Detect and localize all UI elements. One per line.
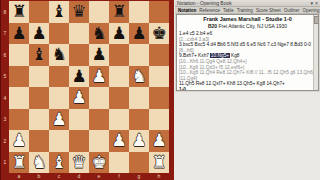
piece-black-R-f8[interactable]: ♜ [109, 1, 129, 23]
square-g7[interactable]: ♟ [129, 23, 149, 45]
square-d6[interactable] [69, 44, 89, 66]
tab-outliner[interactable]: Outliner [284, 8, 300, 13]
square-b5[interactable] [29, 66, 49, 88]
square-c7[interactable] [49, 23, 69, 45]
notation-titlebar[interactable]: Notation - Opening Book ▾ × [175, 0, 320, 7]
square-c5[interactable] [49, 66, 69, 88]
piece-white-P-c3[interactable]: ♟ [49, 109, 69, 131]
square-d2[interactable] [69, 130, 89, 152]
file-label-e: e [89, 173, 109, 179]
square-h5[interactable] [149, 66, 169, 88]
file-label-a: a [9, 173, 29, 179]
piece-white-P-h2[interactable]: ♟ [149, 130, 169, 152]
square-a1[interactable]: ♜ [9, 152, 29, 174]
square-a5[interactable] [9, 66, 29, 88]
scrollbar-thumb[interactable] [314, 16, 319, 24]
square-a7[interactable]: ♟ [9, 23, 29, 45]
square-c2[interactable] [49, 130, 69, 152]
piece-white-P-d4[interactable]: ♟ [69, 87, 89, 109]
move-text[interactable]: Kg8 [230, 53, 240, 58]
move-text[interactable]: [10...Kh6 11.Qg4 Qe8 12.Qh4+] [179, 59, 247, 64]
notation-scrollbar[interactable] [313, 15, 318, 90]
piece-black-P-b7[interactable]: ♟ [29, 23, 49, 45]
square-c3[interactable]: ♟ [49, 109, 69, 131]
square-a6[interactable] [9, 44, 29, 66]
square-h7[interactable]: ♚ [149, 23, 169, 45]
square-g3[interactable] [129, 109, 149, 131]
square-b2[interactable] [29, 130, 49, 152]
notation-tabs: NotationReferenceTableTrainingScore Shee… [175, 7, 320, 14]
tab-notation[interactable]: Notation [178, 8, 196, 13]
rank-label-6: 6 [1, 44, 9, 66]
event-label: Frei Atlantic City, NJ USA 1930 [219, 23, 288, 29]
square-a8[interactable]: ♜ [9, 1, 29, 23]
piece-black-B-c8[interactable]: ♝ [49, 1, 69, 23]
piece-white-Q-d1[interactable]: ♛ [69, 152, 89, 174]
piece-black-N-c6[interactable]: ♞ [49, 44, 69, 66]
square-e8[interactable] [89, 1, 109, 23]
square-a4[interactable] [9, 87, 29, 109]
square-f1[interactable] [109, 152, 129, 174]
piece-white-P-a2[interactable]: ♟ [9, 130, 29, 152]
piece-black-R-a8[interactable]: ♜ [9, 1, 29, 23]
piece-black-P-d5[interactable]: ♟ [69, 66, 89, 88]
notation-window: Notation - Opening Book ▾ × NotationRefe… [175, 0, 320, 92]
square-g4[interactable] [129, 87, 149, 109]
piece-white-N-g5[interactable]: ♞ [129, 66, 149, 88]
square-e7[interactable]: ♞ [89, 23, 109, 45]
file-label-f: f [109, 173, 129, 179]
piece-white-B-c1[interactable]: ♝ [49, 152, 69, 174]
square-f4[interactable] [109, 87, 129, 109]
square-b8[interactable] [29, 1, 49, 23]
piece-black-K-h7[interactable]: ♚ [149, 23, 169, 45]
pin-icon[interactable]: ▾ [311, 1, 314, 6]
piece-black-Q-d8[interactable]: ♛ [69, 1, 89, 23]
rank-label-2: 2 [1, 130, 9, 152]
piece-white-P-f2[interactable]: ♟ [109, 130, 129, 152]
piece-white-R-a1[interactable]: ♜ [9, 152, 29, 174]
game-result[interactable]: 1-0 [179, 87, 316, 91]
tab-table[interactable]: Table [223, 8, 234, 13]
chess-board[interactable]: ♜♝♛♜♟♟♞♟♟♚♝♞♟♟♟♞♟♟♟♟♟♟♜♞♝♛♚♜ [9, 1, 169, 173]
move-text[interactable]: 1.e4 c5 2.b4 e6 [179, 31, 212, 36]
square-f8[interactable]: ♜ [109, 1, 129, 23]
tab-score-sheet[interactable]: Score Sheet [256, 8, 281, 13]
piece-white-P-e5[interactable]: ♟ [89, 66, 109, 88]
square-g8[interactable] [129, 1, 149, 23]
piece-white-R-h1[interactable]: ♜ [149, 152, 169, 174]
square-a2[interactable]: ♟ [9, 130, 29, 152]
square-g5[interactable]: ♞ [129, 66, 149, 88]
piece-black-P-e6[interactable]: ♟ [89, 44, 109, 66]
move-line[interactable]: [10...Kg8 11.Qh4 Re8 12.Qh7+ Kf8 // 11..… [179, 70, 316, 76]
square-e6[interactable]: ♟ [89, 44, 109, 66]
file-label-g: g [129, 173, 149, 179]
file-label-c: c [49, 173, 69, 179]
file-label-h: h [149, 173, 169, 179]
square-f6[interactable] [109, 44, 129, 66]
tab-training[interactable]: Training [237, 8, 253, 13]
square-c4[interactable] [49, 87, 69, 109]
move-text[interactable]: 3.bxc5 Bxc5 4.d4 Bb6 5.Nf3 d5 6.e5 Nc6 7… [179, 42, 311, 47]
piece-black-P-f7[interactable]: ♟ [109, 23, 129, 45]
piece-white-K-e1[interactable]: ♚ [89, 152, 109, 174]
square-b7[interactable]: ♟ [29, 23, 49, 45]
square-f5[interactable] [109, 66, 129, 88]
square-b3[interactable] [29, 109, 49, 131]
square-c1[interactable]: ♝ [49, 152, 69, 174]
square-h8[interactable] [149, 1, 169, 23]
rank-label-8: 8 [1, 1, 9, 23]
tab-opening-book[interactable]: Opening Book [302, 8, 320, 13]
square-e2[interactable] [89, 130, 109, 152]
current-move[interactable]: 10.Ng5+ [210, 53, 229, 58]
rank-label-4: 4 [1, 87, 9, 109]
square-h2[interactable]: ♟ [149, 130, 169, 152]
game-header-event: B20 Frei Atlantic City, NJ USA 1930 [179, 23, 316, 29]
square-d7[interactable] [69, 23, 89, 45]
move-line[interactable]: 3.bxc5 Bxc5 4.d4 Bb6 5.Nf3 d5 6.e5 Nc6 7… [179, 42, 316, 48]
square-e1[interactable]: ♚ [89, 152, 109, 174]
square-e4[interactable] [89, 87, 109, 109]
square-h3[interactable] [149, 109, 169, 131]
rank-labels: 87654321 [1, 1, 9, 173]
board-window: 87654321 ♜♝♛♜♟♟♞♟♟♚♝♞♟♟♟♞♟♟♟♟♟♟♜♞♝♛♚♜ ab… [0, 0, 174, 180]
rank-label-5: 5 [1, 66, 9, 88]
piece-black-P-g7[interactable]: ♟ [129, 23, 149, 45]
file-label-d: d [69, 173, 89, 179]
rank-label-3: 3 [1, 109, 9, 131]
square-d3[interactable] [69, 109, 89, 131]
rank-label-1: 1 [1, 152, 9, 174]
square-e3[interactable] [89, 109, 109, 131]
square-b1[interactable]: ♞ [29, 152, 49, 174]
game-header-players: Frank James Marshall - Studie 1-0 [179, 16, 316, 23]
square-c8[interactable]: ♝ [49, 1, 69, 23]
square-a3[interactable] [9, 109, 29, 131]
square-g2[interactable]: ♟ [129, 130, 149, 152]
square-g1[interactable] [129, 152, 149, 174]
square-h6[interactable] [149, 44, 169, 66]
square-d5[interactable]: ♟ [69, 66, 89, 88]
move-text[interactable]: [2...cxb4 3.a3] [179, 37, 209, 42]
square-d8[interactable]: ♛ [69, 1, 89, 23]
square-b6[interactable]: ♝ [29, 44, 49, 66]
notation-content: Frank James Marshall - Studie 1-0 B20 Fr… [176, 14, 319, 91]
move-text[interactable]: 1-0 [179, 87, 186, 91]
square-c6[interactable]: ♞ [49, 44, 69, 66]
notation-title: Notation - Opening Book [177, 0, 309, 6]
square-b4[interactable] [29, 87, 49, 109]
move-text[interactable]: [10...Kg6 11.Qd3+ f5 12.exf6+] [179, 65, 244, 70]
move-text[interactable]: [8...h6] [179, 48, 194, 53]
square-e5[interactable]: ♟ [89, 66, 109, 88]
square-h4[interactable] [149, 87, 169, 109]
square-h1[interactable]: ♜ [149, 152, 169, 174]
file-label-b: b [29, 173, 49, 179]
piece-black-B-b6[interactable]: ♝ [29, 44, 49, 66]
file-labels: abcdefgh [9, 173, 169, 179]
piece-white-P-g2[interactable]: ♟ [129, 130, 149, 152]
move-text[interactable]: [11.Qg4] [179, 76, 197, 81]
square-d4[interactable]: ♟ [69, 87, 89, 109]
piece-black-P-a7[interactable]: ♟ [9, 23, 29, 45]
square-f3[interactable] [109, 109, 129, 131]
square-g6[interactable] [129, 44, 149, 66]
close-icon[interactable]: × [315, 1, 318, 6]
move-text[interactable]: [10...Kg8 11.Qh4 Re8 12.Qh7+ Kf8 // 11..… [179, 70, 314, 75]
tab-reference[interactable]: Reference [199, 8, 220, 13]
square-f7[interactable]: ♟ [109, 23, 129, 45]
square-f2[interactable]: ♟ [109, 130, 129, 152]
piece-black-N-e7[interactable]: ♞ [89, 23, 109, 45]
square-d1[interactable]: ♛ [69, 152, 89, 174]
piece-white-N-b1[interactable]: ♞ [29, 152, 49, 174]
eco-code: B20 [208, 23, 217, 29]
move-list: 1.e4 c5 2.b4 e6[2...cxb4 3.a3]3.bxc5 Bxc… [179, 31, 316, 91]
rank-label-7: 7 [1, 23, 9, 45]
move-text[interactable]: 9.Bxh7+ Kxh7 [179, 53, 210, 58]
move-text[interactable]: 11.Qh5 Re8 12.Qxf7+ Kh8 13.Qh5+ Kg8 14.Q… [179, 81, 285, 86]
